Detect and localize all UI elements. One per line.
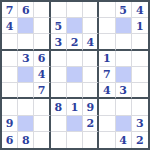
cell-r7c8[interactable] <box>116 99 132 115</box>
cell-r3c3[interactable] <box>34 34 50 50</box>
cell-r4c7[interactable]: 1 <box>99 51 115 67</box>
cell-r4c1[interactable] <box>2 51 18 67</box>
cell-r2c7[interactable] <box>99 18 115 34</box>
cell-r9c3[interactable] <box>34 132 50 148</box>
cell-r1c2[interactable]: 6 <box>18 2 34 18</box>
cell-r6c7[interactable]: 4 <box>99 83 115 99</box>
cell-r5c3[interactable]: 4 <box>34 67 50 83</box>
cell-r4c4[interactable] <box>51 51 67 67</box>
cell-r6c1[interactable] <box>2 83 18 99</box>
cell-r7c6[interactable]: 9 <box>83 99 99 115</box>
cell-r9c8[interactable]: 4 <box>116 132 132 148</box>
cell-r8c5[interactable] <box>67 116 83 132</box>
cell-r5c7[interactable]: 7 <box>99 67 115 83</box>
cell-r7c5[interactable]: 1 <box>67 99 83 115</box>
cell-r2c5[interactable] <box>67 18 83 34</box>
cell-r2c9[interactable]: 1 <box>132 18 148 34</box>
cell-r6c8[interactable]: 3 <box>116 83 132 99</box>
cell-r9c9[interactable]: 2 <box>132 132 148 148</box>
cell-r3c7[interactable] <box>99 34 115 50</box>
cell-r8c6[interactable]: 2 <box>83 116 99 132</box>
cell-r5c2[interactable] <box>18 67 34 83</box>
cell-r1c3[interactable] <box>34 2 50 18</box>
cell-r8c2[interactable] <box>18 116 34 132</box>
cell-r9c2[interactable]: 8 <box>18 132 34 148</box>
cell-r8c9[interactable]: 3 <box>132 116 148 132</box>
cell-r4c6[interactable] <box>83 51 99 67</box>
cell-r5c9[interactable] <box>132 67 148 83</box>
cell-r4c9[interactable] <box>132 51 148 67</box>
cell-r5c4[interactable] <box>51 67 67 83</box>
cell-r6c2[interactable] <box>18 83 34 99</box>
cell-r6c6[interactable] <box>83 83 99 99</box>
cell-r1c1[interactable]: 7 <box>2 2 18 18</box>
cell-r2c3[interactable] <box>34 18 50 34</box>
cell-r3c4[interactable]: 3 <box>51 34 67 50</box>
cell-r7c9[interactable] <box>132 99 148 115</box>
cell-r1c7[interactable] <box>99 2 115 18</box>
cell-r7c2[interactable] <box>18 99 34 115</box>
cell-r3c1[interactable] <box>2 34 18 50</box>
cell-r3c5[interactable]: 2 <box>67 34 83 50</box>
cell-r9c5[interactable] <box>67 132 83 148</box>
cell-r1c6[interactable] <box>83 2 99 18</box>
cell-r5c1[interactable] <box>2 67 18 83</box>
cell-r1c4[interactable] <box>51 2 67 18</box>
cell-r6c9[interactable] <box>132 83 148 99</box>
cell-r8c7[interactable] <box>99 116 115 132</box>
cell-r9c4[interactable] <box>51 132 67 148</box>
sudoku-app: 7654451324361477438199236842 <box>0 0 150 150</box>
cell-r8c8[interactable] <box>116 116 132 132</box>
cell-r2c2[interactable] <box>18 18 34 34</box>
cell-r9c6[interactable] <box>83 132 99 148</box>
cell-r1c9[interactable]: 4 <box>132 2 148 18</box>
cell-r1c5[interactable] <box>67 2 83 18</box>
cell-r6c4[interactable] <box>51 83 67 99</box>
cell-r7c7[interactable] <box>99 99 115 115</box>
cell-r4c3[interactable]: 6 <box>34 51 50 67</box>
cell-r2c6[interactable] <box>83 18 99 34</box>
cell-r2c8[interactable] <box>116 18 132 34</box>
cell-r6c5[interactable] <box>67 83 83 99</box>
cell-r3c6[interactable]: 4 <box>83 34 99 50</box>
cell-r8c3[interactable] <box>34 116 50 132</box>
cell-r1c8[interactable]: 5 <box>116 2 132 18</box>
cell-r5c6[interactable] <box>83 67 99 83</box>
cell-r7c3[interactable] <box>34 99 50 115</box>
cell-r9c7[interactable] <box>99 132 115 148</box>
cell-r4c2[interactable]: 3 <box>18 51 34 67</box>
cell-r7c1[interactable] <box>2 99 18 115</box>
cell-r8c1[interactable]: 9 <box>2 116 18 132</box>
cell-r5c8[interactable] <box>116 67 132 83</box>
cell-r4c5[interactable] <box>67 51 83 67</box>
cell-r3c2[interactable] <box>18 34 34 50</box>
cell-r2c1[interactable]: 4 <box>2 18 18 34</box>
cell-r2c4[interactable]: 5 <box>51 18 67 34</box>
cell-r6c3[interactable]: 7 <box>34 83 50 99</box>
cell-r3c8[interactable] <box>116 34 132 50</box>
cell-r4c8[interactable] <box>116 51 132 67</box>
cell-r7c4[interactable]: 8 <box>51 99 67 115</box>
sudoku-board: 7654451324361477438199236842 <box>0 0 150 150</box>
cell-r8c4[interactable] <box>51 116 67 132</box>
cell-r3c9[interactable] <box>132 34 148 50</box>
cell-r5c5[interactable] <box>67 67 83 83</box>
cell-r9c1[interactable]: 6 <box>2 132 18 148</box>
